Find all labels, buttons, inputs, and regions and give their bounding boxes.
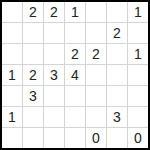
- cell-r6c5[interactable]: [86, 107, 106, 127]
- cell-r7c3[interactable]: [44, 128, 64, 148]
- cell-r2c2[interactable]: [23, 23, 43, 43]
- cell-r2c4[interactable]: [65, 23, 85, 43]
- cell-r1c3: 2: [44, 2, 64, 22]
- cell-r6c6: 3: [107, 107, 127, 127]
- cell-r6c3[interactable]: [44, 107, 64, 127]
- cell-r5c7[interactable]: [128, 86, 148, 106]
- cell-r5c3[interactable]: [44, 86, 64, 106]
- cell-r7c6[interactable]: [107, 128, 127, 148]
- cell-r4c7[interactable]: [128, 65, 148, 85]
- cell-r4c6[interactable]: [107, 65, 127, 85]
- cell-r2c3[interactable]: [44, 23, 64, 43]
- cell-r5c1[interactable]: [2, 86, 22, 106]
- cell-r2c5[interactable]: [86, 23, 106, 43]
- cell-r6c7[interactable]: [128, 107, 148, 127]
- cell-r1c7: 1: [128, 2, 148, 22]
- cell-r6c2[interactable]: [23, 107, 43, 127]
- cell-r4c3: 3: [44, 65, 64, 85]
- cell-r5c2: 3: [23, 86, 43, 106]
- cell-r1c1[interactable]: [2, 2, 22, 22]
- cell-r6c1: 1: [2, 107, 22, 127]
- cell-r7c7: 0: [128, 128, 148, 148]
- minesweeper-board: 22112221123431300: [0, 0, 150, 150]
- cell-r3c7: 1: [128, 44, 148, 64]
- cell-r2c7[interactable]: [128, 23, 148, 43]
- cell-r3c2[interactable]: [23, 44, 43, 64]
- cell-r3c5: 2: [86, 44, 106, 64]
- cell-r7c1[interactable]: [2, 128, 22, 148]
- cell-r4c2: 2: [23, 65, 43, 85]
- cell-r1c6[interactable]: [107, 2, 127, 22]
- cell-r4c4: 4: [65, 65, 85, 85]
- cell-r4c1: 1: [2, 65, 22, 85]
- cell-r3c6[interactable]: [107, 44, 127, 64]
- cell-r5c4[interactable]: [65, 86, 85, 106]
- cell-r2c1[interactable]: [2, 23, 22, 43]
- cell-r3c1[interactable]: [2, 44, 22, 64]
- cell-r4c5[interactable]: [86, 65, 106, 85]
- cell-r6c4[interactable]: [65, 107, 85, 127]
- cell-r1c4: 1: [65, 2, 85, 22]
- cell-r3c4: 2: [65, 44, 85, 64]
- cell-r1c5[interactable]: [86, 2, 106, 22]
- cell-r7c2[interactable]: [23, 128, 43, 148]
- cell-r2c6: 2: [107, 23, 127, 43]
- cell-r5c5[interactable]: [86, 86, 106, 106]
- cell-r7c5: 0: [86, 128, 106, 148]
- cell-r7c4[interactable]: [65, 128, 85, 148]
- cell-r3c3[interactable]: [44, 44, 64, 64]
- cell-r5c6[interactable]: [107, 86, 127, 106]
- cell-r1c2: 2: [23, 2, 43, 22]
